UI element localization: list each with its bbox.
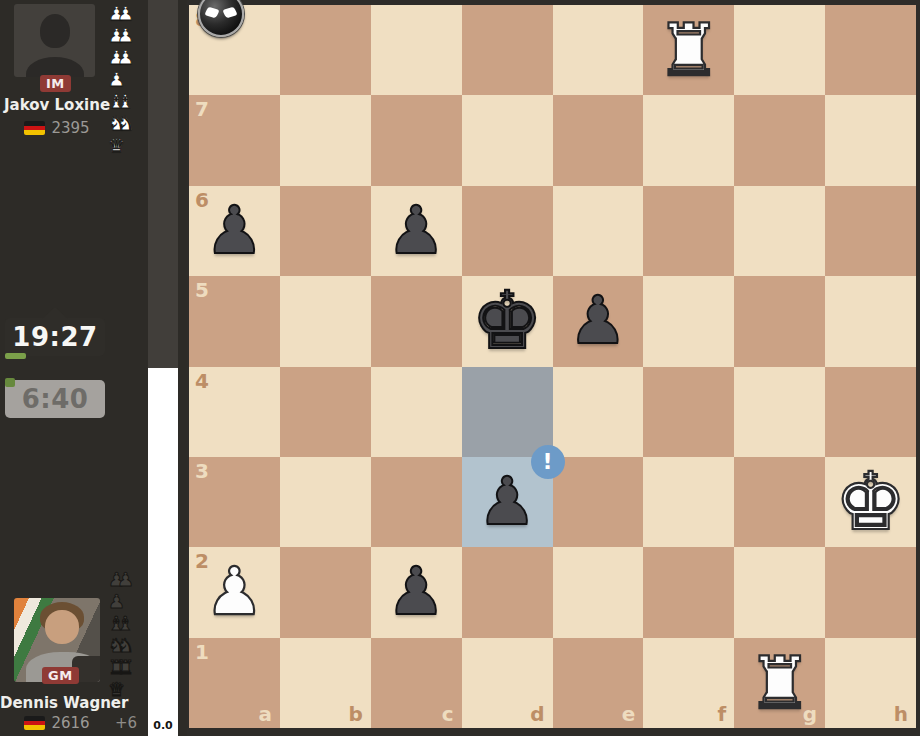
captured-pawn-pair-icon: ♟♟ <box>106 2 146 24</box>
square-b6[interactable] <box>280 186 371 276</box>
captured-bishop-pair-icon: ♝♝ <box>106 90 146 112</box>
square-c1[interactable]: c <box>371 638 462 728</box>
square-g1[interactable]: g♜ <box>734 638 825 728</box>
square-d5[interactable]: ♚ <box>462 276 553 366</box>
file-label-f: f <box>718 702 727 726</box>
file-label-d: d <box>530 702 544 726</box>
square-c2[interactable]: ♟ <box>371 547 462 637</box>
file-label-e: e <box>622 702 636 726</box>
square-a4[interactable]: 4 <box>189 367 280 457</box>
pawn-icon: ♟ <box>108 592 125 611</box>
captured-pawn-pair-icon: ♟♟ <box>106 568 146 590</box>
square-b1[interactable]: b <box>280 638 371 728</box>
square-f8[interactable]: ♜ <box>643 5 734 95</box>
bot-head-icon <box>198 0 244 37</box>
square-a5[interactable]: 5 <box>189 276 280 366</box>
captured-pawn-pair-icon: ♟♟ <box>106 24 146 46</box>
square-d4[interactable] <box>462 367 553 457</box>
square-f6[interactable] <box>643 186 734 276</box>
square-h8[interactable] <box>825 5 916 95</box>
square-f7[interactable] <box>643 95 734 185</box>
white-king[interactable]: ♚ <box>825 457 916 547</box>
square-h6[interactable] <box>825 186 916 276</box>
avatar-silhouette-icon <box>26 57 84 77</box>
evaluation-bar: 0.0 <box>148 0 178 736</box>
square-e6[interactable] <box>553 186 644 276</box>
captured-pawn-pair-icon: ♟♟ <box>106 46 146 68</box>
captured-knight-pair-icon: ♞♞ <box>106 634 146 656</box>
square-c6[interactable]: ♟ <box>371 186 462 276</box>
time-progress-bar <box>5 353 26 359</box>
square-f5[interactable] <box>643 276 734 366</box>
file-label-c: c <box>442 702 454 726</box>
knight-icon: ♞ <box>117 114 134 133</box>
player-name-top[interactable]: Jakov Loxine <box>0 96 114 114</box>
title-badge-gm: GM <box>42 667 79 684</box>
germany-flag-icon <box>24 121 45 135</box>
square-h1[interactable]: h <box>825 638 916 728</box>
square-h7[interactable] <box>825 95 916 185</box>
player-name-bottom[interactable]: Dennis Wagner <box>0 694 114 712</box>
pawn-icon: ♟ <box>117 26 134 45</box>
black-pawn[interactable]: ♟ <box>371 186 462 276</box>
rating-row-top: 2395 <box>0 119 114 137</box>
pawn-icon: ♟ <box>108 70 125 89</box>
square-e7[interactable] <box>553 95 644 185</box>
captured-pawn-icon: ♟ <box>106 68 146 90</box>
square-g8[interactable] <box>734 5 825 95</box>
square-b8[interactable] <box>280 5 371 95</box>
square-a3[interactable]: 3 <box>189 457 280 547</box>
rank-label-5: 5 <box>195 278 209 302</box>
square-f1[interactable]: f <box>643 638 734 728</box>
captured-pieces-bottom: ♟♟♟♝♝♞♞♜♜♛ <box>106 568 146 700</box>
square-c8[interactable] <box>371 5 462 95</box>
square-e3[interactable] <box>553 457 644 547</box>
captured-pawn-icon: ♟ <box>106 590 146 612</box>
captured-rook-pair-icon: ♜♜ <box>106 656 146 678</box>
avatar-silhouette-icon <box>40 14 70 48</box>
square-a1[interactable]: 1a <box>189 638 280 728</box>
square-e4[interactable] <box>553 367 644 457</box>
clock-top-time: 19:27 <box>12 322 97 352</box>
bot-avatar-icon <box>198 0 244 37</box>
bishop-icon: ♝ <box>117 614 134 633</box>
title-badge-im: IM <box>40 75 71 92</box>
clock-top-player: 19:27 <box>5 318 105 356</box>
square-f4[interactable] <box>643 367 734 457</box>
rank-label-3: 3 <box>195 459 209 483</box>
germany-flag-icon <box>24 716 45 730</box>
rank-label-1: 1 <box>195 640 209 664</box>
captured-queen-icon: ♛ <box>106 134 146 156</box>
rating-bottom: 2616 <box>51 714 89 732</box>
queen-icon: ♛ <box>108 136 125 155</box>
pawn-icon: ♟ <box>117 570 134 589</box>
rook-icon: ♜ <box>117 658 134 677</box>
square-g4[interactable] <box>734 367 825 457</box>
square-d2[interactable] <box>462 547 553 637</box>
evaluation-value: 0.0 <box>148 719 178 732</box>
square-h5[interactable] <box>825 276 916 366</box>
square-b4[interactable] <box>280 367 371 457</box>
file-label-a: a <box>258 702 272 726</box>
bishop-icon: ♝ <box>117 92 134 111</box>
square-b2[interactable] <box>280 547 371 637</box>
white-rook[interactable]: ♜ <box>734 638 825 728</box>
square-d7[interactable] <box>462 95 553 185</box>
captured-pieces-top: ♟♟♟♟♟♟♟♝♝♞♞♛ <box>106 2 146 156</box>
rating-row-bottom: 2616 <box>0 714 114 732</box>
file-label-h: h <box>894 702 908 726</box>
great-move-badge: ! <box>531 445 565 479</box>
square-g7[interactable] <box>734 95 825 185</box>
square-c3[interactable] <box>371 457 462 547</box>
pawn-icon: ♟ <box>117 4 134 23</box>
chess-game-app: IM Jakov Loxine 2395 ♟♟♟♟♟♟♟♝♝♞♞♛ 19:27 … <box>0 0 920 736</box>
material-advantage: +6 <box>108 714 144 732</box>
clock-caret-icon <box>42 307 68 319</box>
square-h4[interactable] <box>825 367 916 457</box>
square-a6[interactable]: 6♟ <box>189 186 280 276</box>
rank-label-7: 7 <box>195 97 209 121</box>
clock-bottom-time: 6:40 <box>22 384 89 414</box>
square-e5[interactable]: ♟ <box>553 276 644 366</box>
avatar-photo <box>45 610 79 644</box>
black-pawn[interactable]: ♟ <box>553 276 644 366</box>
square-d3[interactable]: ♟! <box>462 457 553 547</box>
square-e2[interactable] <box>553 547 644 637</box>
rating-top: 2395 <box>51 119 89 137</box>
square-e1[interactable]: e <box>553 638 644 728</box>
square-b5[interactable] <box>280 276 371 366</box>
square-e8[interactable] <box>553 5 644 95</box>
square-c7[interactable] <box>371 95 462 185</box>
captured-bishop-pair-icon: ♝♝ <box>106 612 146 634</box>
chess-board: 8♜76♟♟5♚♟43♟!♚2♟♟1abcdefg♜h <box>189 5 916 728</box>
black-pawn[interactable]: ♟ <box>189 186 280 276</box>
square-c4[interactable] <box>371 367 462 457</box>
square-a2[interactable]: 2♟ <box>189 547 280 637</box>
sidebar: IM Jakov Loxine 2395 ♟♟♟♟♟♟♟♝♝♞♞♛ 19:27 … <box>0 0 148 736</box>
square-c5[interactable] <box>371 276 462 366</box>
square-f2[interactable] <box>643 547 734 637</box>
square-f3[interactable] <box>643 457 734 547</box>
file-label-b: b <box>348 702 362 726</box>
square-g6[interactable] <box>734 186 825 276</box>
square-d6[interactable] <box>462 186 553 276</box>
square-g3[interactable] <box>734 457 825 547</box>
square-d1[interactable]: d <box>462 638 553 728</box>
clock-bottom-player: 6:40 <box>5 380 105 418</box>
white-rook[interactable]: ♜ <box>643 5 734 95</box>
board-frame: 8♜76♟♟5♚♟43♟!♚2♟♟1abcdefg♜h <box>187 0 920 736</box>
square-h2[interactable] <box>825 547 916 637</box>
square-g5[interactable] <box>734 276 825 366</box>
square-h3[interactable]: ♚ <box>825 457 916 547</box>
square-g2[interactable] <box>734 547 825 637</box>
black-king[interactable]: ♚ <box>462 276 553 366</box>
time-chip <box>5 378 15 387</box>
black-pawn[interactable]: ♟ <box>371 547 462 637</box>
white-pawn[interactable]: ♟ <box>189 547 280 637</box>
square-b7[interactable] <box>280 95 371 185</box>
square-b3[interactable] <box>280 457 371 547</box>
avatar-top-player[interactable] <box>14 4 95 77</box>
pawn-icon: ♟ <box>117 48 134 67</box>
square-a7[interactable]: 7 <box>189 95 280 185</box>
evaluation-bar-white <box>148 368 178 736</box>
rank-label-4: 4 <box>195 369 209 393</box>
captured-knight-pair-icon: ♞♞ <box>106 112 146 134</box>
square-d8[interactable] <box>462 5 553 95</box>
knight-icon: ♞ <box>117 636 134 655</box>
